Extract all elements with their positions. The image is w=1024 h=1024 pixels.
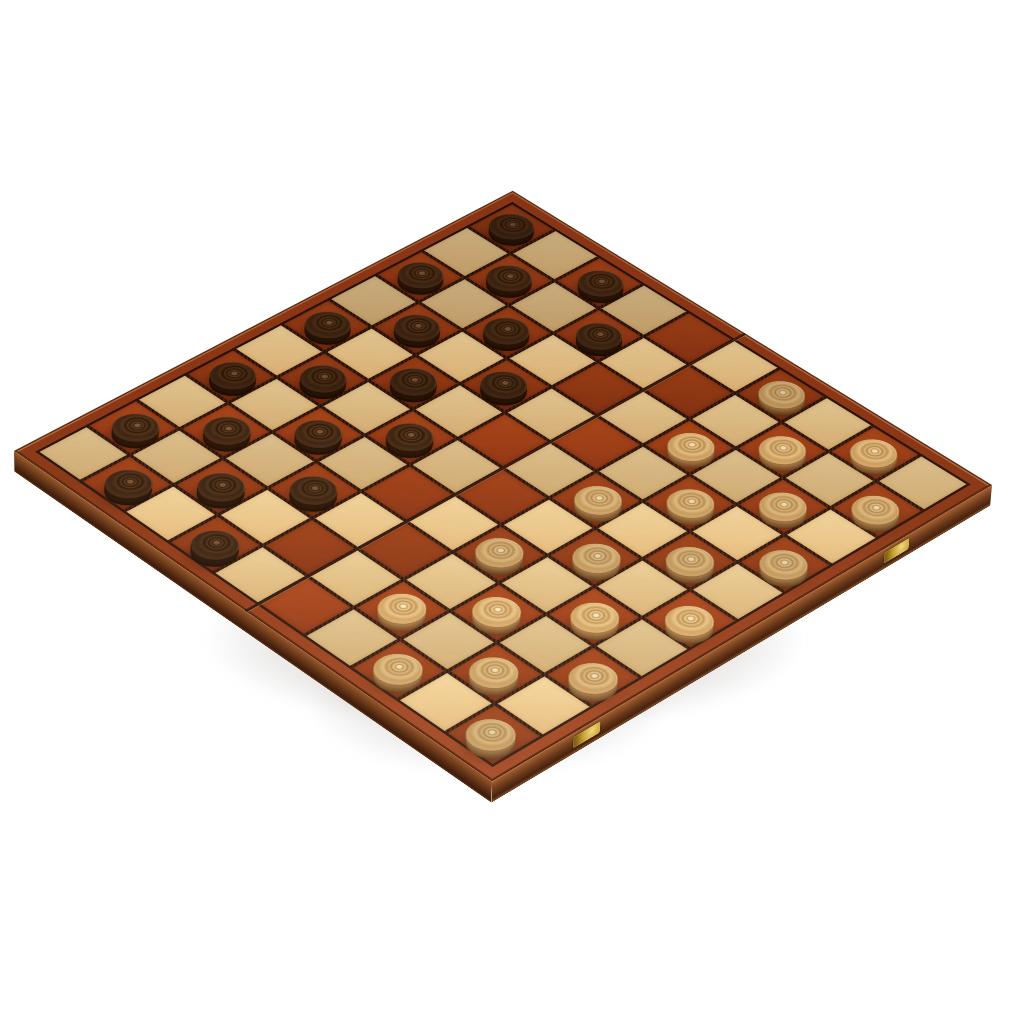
- board-cell[interactable]: [311, 550, 401, 605]
- light-man[interactable]: [558, 656, 627, 700]
- board-cell[interactable]: [550, 530, 639, 585]
- board-perspective-wrap: [145, 110, 861, 826]
- dark-man[interactable]: [474, 312, 539, 350]
- light-man[interactable]: [749, 486, 816, 527]
- board-cell[interactable]: [221, 490, 310, 544]
- board-cell[interactable]: [833, 483, 921, 537]
- light-man[interactable]: [561, 596, 629, 638]
- product-photo-stage: [0, 0, 1024, 1024]
- dark-man[interactable]: [280, 470, 347, 510]
- board-cell[interactable]: [171, 517, 260, 572]
- board-cell[interactable]: [266, 520, 355, 575]
- dark-man[interactable]: [95, 464, 162, 504]
- board-cell[interactable]: [307, 609, 398, 666]
- board-cell[interactable]: [504, 500, 593, 554]
- board-cell[interactable]: [450, 644, 541, 701]
- board-cell[interactable]: [83, 457, 171, 510]
- dark-man[interactable]: [285, 414, 351, 453]
- board-cell[interactable]: [215, 547, 305, 602]
- board-cell[interactable]: [176, 460, 264, 513]
- light-man[interactable]: [750, 544, 818, 586]
- board-cell[interactable]: [447, 705, 539, 764]
- board-cell[interactable]: [596, 619, 687, 676]
- board-cell[interactable]: [455, 527, 544, 582]
- board-cell[interactable]: [547, 648, 638, 705]
- board-cell[interactable]: [498, 676, 590, 734]
- board-cell[interactable]: [403, 613, 494, 670]
- light-man[interactable]: [842, 489, 909, 530]
- light-man[interactable]: [563, 537, 631, 578]
- dark-man[interactable]: [188, 467, 255, 507]
- board-cell[interactable]: [646, 476, 734, 529]
- board-cell[interactable]: [598, 503, 687, 557]
- light-man[interactable]: [368, 587, 436, 629]
- board-cell[interactable]: [645, 533, 734, 588]
- board-cell[interactable]: [261, 578, 351, 634]
- light-man[interactable]: [466, 532, 534, 573]
- light-man[interactable]: [657, 483, 724, 524]
- board-grid: [39, 204, 966, 764]
- dark-man[interactable]: [381, 362, 446, 401]
- board-cell[interactable]: [645, 591, 735, 647]
- board-cell[interactable]: [409, 496, 498, 550]
- light-man[interactable]: [456, 712, 526, 757]
- light-man[interactable]: [363, 647, 432, 690]
- dark-man[interactable]: [291, 359, 356, 398]
- board-cell[interactable]: [458, 470, 546, 523]
- board-cell[interactable]: [693, 506, 782, 560]
- board-cell[interactable]: [597, 560, 687, 615]
- board-cell[interactable]: [453, 585, 543, 641]
- board-cell[interactable]: [406, 554, 496, 609]
- board-cell[interactable]: [502, 557, 592, 612]
- light-man[interactable]: [655, 599, 723, 641]
- board-cell[interactable]: [552, 473, 640, 526]
- board-cell[interactable]: [739, 479, 827, 532]
- light-man[interactable]: [656, 541, 724, 582]
- board-cell[interactable]: [357, 581, 447, 637]
- light-man[interactable]: [462, 590, 530, 632]
- board-cell[interactable]: [549, 588, 639, 644]
- board-cell[interactable]: [270, 463, 358, 516]
- board-cell[interactable]: [360, 523, 449, 578]
- board-cell[interactable]: [353, 641, 444, 698]
- light-man[interactable]: [565, 480, 632, 520]
- board-cell[interactable]: [693, 564, 783, 619]
- board-cell[interactable]: [740, 536, 829, 591]
- light-man[interactable]: [749, 375, 814, 414]
- board-cell[interactable]: [787, 509, 876, 563]
- board-cell[interactable]: [126, 486, 215, 540]
- light-man[interactable]: [459, 651, 528, 694]
- board-cell[interactable]: [315, 493, 404, 547]
- board-cell[interactable]: [400, 673, 492, 731]
- board-cell[interactable]: [364, 466, 452, 519]
- dark-man[interactable]: [480, 208, 543, 244]
- board-cell[interactable]: [500, 616, 591, 673]
- dark-man[interactable]: [181, 524, 249, 565]
